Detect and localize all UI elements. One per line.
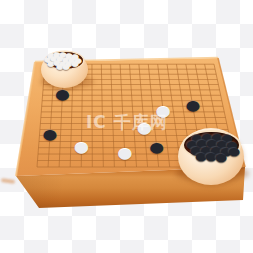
stone-black-C13[interactable]: ●	[55, 87, 70, 101]
watermark: IC 千库网	[86, 111, 168, 134]
stone-black-B6[interactable]: ●	[43, 128, 58, 142]
go-board-illustration: ●●●●●●●●●●●●●●●●●● ●●●●●●●●●●●●●●●●● ●●●…	[0, 0, 253, 253]
stone-black-Q11[interactable]: ●	[185, 98, 200, 112]
stone-white-J3[interactable]: ●	[117, 146, 132, 160]
stone-white-E4[interactable]: ●	[74, 140, 89, 154]
stone-black-M4[interactable]: ●	[149, 140, 164, 154]
